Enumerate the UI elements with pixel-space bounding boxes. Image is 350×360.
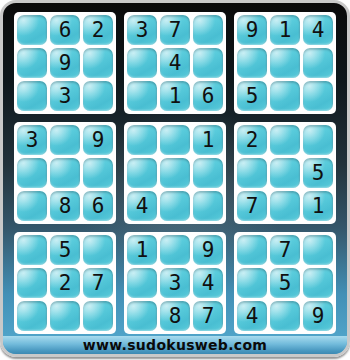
cell-r5c1[interactable] (17, 158, 47, 188)
sudoku-box-9: 7549 (234, 232, 336, 334)
cell-r9c7[interactable]: 4 (237, 301, 267, 331)
cell-r2c2[interactable]: 9 (50, 48, 80, 78)
cell-r3c1[interactable] (17, 81, 47, 111)
cell-r1c5[interactable]: 7 (160, 15, 190, 45)
cell-r6c4[interactable]: 4 (127, 191, 157, 221)
cell-r9c6[interactable]: 7 (193, 301, 223, 331)
cell-r6c1[interactable] (17, 191, 47, 221)
cell-r9c5[interactable]: 8 (160, 301, 190, 331)
cell-r8c9[interactable] (303, 268, 333, 298)
cell-r1c2[interactable]: 6 (50, 15, 80, 45)
cell-r3c6[interactable]: 6 (193, 81, 223, 111)
website-link[interactable]: www.sudokusweb.com (83, 337, 267, 353)
cell-r4c5[interactable] (160, 125, 190, 155)
cell-r1c3[interactable]: 2 (83, 15, 113, 45)
cell-r1c1[interactable] (17, 15, 47, 45)
sudoku-board: 629337416914539861425715271934877549 (14, 12, 336, 334)
cell-r1c4[interactable]: 3 (127, 15, 157, 45)
cell-r2c8[interactable] (270, 48, 300, 78)
cell-r4c1[interactable]: 3 (17, 125, 47, 155)
cell-r2c4[interactable] (127, 48, 157, 78)
cell-r8c1[interactable] (17, 268, 47, 298)
cell-r5c5[interactable] (160, 158, 190, 188)
cell-r6c7[interactable]: 7 (237, 191, 267, 221)
cell-r4c2[interactable] (50, 125, 80, 155)
cell-r4c7[interactable]: 2 (237, 125, 267, 155)
cell-r9c2[interactable] (50, 301, 80, 331)
cell-r3c2[interactable]: 3 (50, 81, 80, 111)
cell-r8c8[interactable]: 5 (270, 268, 300, 298)
cell-r6c5[interactable] (160, 191, 190, 221)
footer-band: www.sudokusweb.com (3, 336, 347, 354)
cell-r8c2[interactable]: 2 (50, 268, 80, 298)
cell-r4c9[interactable] (303, 125, 333, 155)
cell-r5c6[interactable] (193, 158, 223, 188)
cell-r7c3[interactable] (83, 235, 113, 265)
cell-r7c4[interactable]: 1 (127, 235, 157, 265)
sudoku-frame: 629337416914539861425715271934877549 www… (0, 0, 350, 357)
cell-r4c3[interactable]: 9 (83, 125, 113, 155)
cell-r8c7[interactable] (237, 268, 267, 298)
sudoku-box-1: 6293 (14, 12, 116, 114)
cell-r1c6[interactable] (193, 15, 223, 45)
cell-r3c3[interactable] (83, 81, 113, 111)
cell-r1c8[interactable]: 1 (270, 15, 300, 45)
cell-r3c4[interactable] (127, 81, 157, 111)
cell-r3c8[interactable] (270, 81, 300, 111)
cell-r2c7[interactable] (237, 48, 267, 78)
cell-r5c4[interactable] (127, 158, 157, 188)
cell-r8c3[interactable]: 7 (83, 268, 113, 298)
cell-r5c9[interactable]: 5 (303, 158, 333, 188)
cell-r5c3[interactable] (83, 158, 113, 188)
cell-r6c8[interactable] (270, 191, 300, 221)
cell-r3c9[interactable] (303, 81, 333, 111)
cell-r7c2[interactable]: 5 (50, 235, 80, 265)
cell-r7c5[interactable] (160, 235, 190, 265)
cell-r3c5[interactable]: 1 (160, 81, 190, 111)
cell-r4c6[interactable]: 1 (193, 125, 223, 155)
cell-r8c5[interactable]: 3 (160, 268, 190, 298)
sudoku-box-7: 527 (14, 232, 116, 334)
cell-r7c7[interactable] (237, 235, 267, 265)
sudoku-box-5: 14 (124, 122, 226, 224)
cell-r9c1[interactable] (17, 301, 47, 331)
cell-r5c8[interactable] (270, 158, 300, 188)
cell-r5c7[interactable] (237, 158, 267, 188)
cell-r8c6[interactable]: 4 (193, 268, 223, 298)
cell-r7c9[interactable] (303, 235, 333, 265)
cell-r4c4[interactable] (127, 125, 157, 155)
cell-r9c4[interactable] (127, 301, 157, 331)
cell-r8c4[interactable] (127, 268, 157, 298)
sudoku-box-4: 3986 (14, 122, 116, 224)
cell-r2c1[interactable] (17, 48, 47, 78)
cell-r2c9[interactable] (303, 48, 333, 78)
cell-r1c9[interactable]: 4 (303, 15, 333, 45)
cell-r7c6[interactable]: 9 (193, 235, 223, 265)
cell-r2c6[interactable] (193, 48, 223, 78)
cell-r6c9[interactable]: 1 (303, 191, 333, 221)
cell-r2c3[interactable] (83, 48, 113, 78)
sudoku-box-2: 37416 (124, 12, 226, 114)
cell-r6c6[interactable] (193, 191, 223, 221)
cell-r6c2[interactable]: 8 (50, 191, 80, 221)
cell-r2c5[interactable]: 4 (160, 48, 190, 78)
cell-r1c7[interactable]: 9 (237, 15, 267, 45)
cell-r4c8[interactable] (270, 125, 300, 155)
sudoku-box-6: 2571 (234, 122, 336, 224)
cell-r9c9[interactable]: 9 (303, 301, 333, 331)
cell-r9c3[interactable] (83, 301, 113, 331)
cell-r9c8[interactable] (270, 301, 300, 331)
cell-r7c8[interactable]: 7 (270, 235, 300, 265)
cell-r3c7[interactable]: 5 (237, 81, 267, 111)
cell-r6c3[interactable]: 6 (83, 191, 113, 221)
cell-r7c1[interactable] (17, 235, 47, 265)
sudoku-box-8: 193487 (124, 232, 226, 334)
sudoku-box-3: 9145 (234, 12, 336, 114)
cell-r5c2[interactable] (50, 158, 80, 188)
